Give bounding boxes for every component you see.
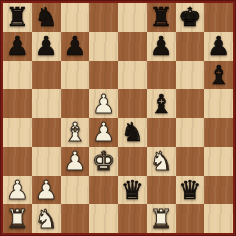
square-g3[interactable] (176, 147, 205, 176)
white-rook-a1[interactable]: ♜ (6, 206, 29, 232)
square-b3[interactable] (32, 147, 61, 176)
square-b4[interactable] (32, 118, 61, 147)
square-d3[interactable]: ♚ (89, 147, 118, 176)
black-pawn-b7[interactable]: ♟ (34, 33, 57, 59)
square-b6[interactable] (32, 61, 61, 90)
square-d2[interactable] (89, 176, 118, 205)
white-pawn-c3[interactable]: ♟ (63, 148, 86, 174)
white-pawn-d4[interactable]: ♟ (92, 119, 115, 145)
square-h8[interactable] (204, 3, 233, 32)
black-pawn-h7[interactable]: ♟ (207, 33, 230, 59)
square-d4[interactable]: ♟ (89, 118, 118, 147)
square-f1[interactable]: ♜ (147, 204, 176, 233)
square-h6[interactable]: ♝ (204, 61, 233, 90)
square-f5[interactable]: ♝ (147, 89, 176, 118)
black-pawn-c7[interactable]: ♟ (63, 33, 86, 59)
square-f8[interactable]: ♜ (147, 3, 176, 32)
square-c3[interactable]: ♟ (61, 147, 90, 176)
square-c2[interactable] (61, 176, 90, 205)
black-queen-e2[interactable]: ♛ (121, 177, 144, 203)
white-knight-f3[interactable]: ♞ (149, 148, 172, 174)
square-d1[interactable] (89, 204, 118, 233)
square-g7[interactable] (176, 32, 205, 61)
square-c6[interactable] (61, 61, 90, 90)
square-a3[interactable] (3, 147, 32, 176)
black-queen-g2[interactable]: ♛ (178, 177, 201, 203)
square-f3[interactable]: ♞ (147, 147, 176, 176)
square-a2[interactable]: ♟ (3, 176, 32, 205)
white-rook-f1[interactable]: ♜ (149, 206, 172, 232)
square-a5[interactable] (3, 89, 32, 118)
square-g2[interactable]: ♛ (176, 176, 205, 205)
square-f4[interactable] (147, 118, 176, 147)
square-h5[interactable] (204, 89, 233, 118)
square-d5[interactable]: ♟ (89, 89, 118, 118)
square-a6[interactable] (3, 61, 32, 90)
chess-board-frame: ♜♞♜♚♟♟♟♟♟♝♟♝♝♟♞♟♚♞♟♟♛♛♜♞♜ (0, 0, 236, 236)
black-king-g8[interactable]: ♚ (178, 4, 201, 30)
black-rook-a8[interactable]: ♜ (6, 4, 29, 30)
square-h1[interactable] (204, 204, 233, 233)
black-pawn-a7[interactable]: ♟ (6, 33, 29, 59)
black-knight-e4[interactable]: ♞ (121, 119, 144, 145)
square-d8[interactable] (89, 3, 118, 32)
square-h7[interactable]: ♟ (204, 32, 233, 61)
square-b1[interactable]: ♞ (32, 204, 61, 233)
square-g1[interactable] (176, 204, 205, 233)
square-e3[interactable] (118, 147, 147, 176)
square-e5[interactable] (118, 89, 147, 118)
white-pawn-d5[interactable]: ♟ (92, 91, 115, 117)
square-g8[interactable]: ♚ (176, 3, 205, 32)
square-c8[interactable] (61, 3, 90, 32)
square-c7[interactable]: ♟ (61, 32, 90, 61)
chess-board: ♜♞♜♚♟♟♟♟♟♝♟♝♝♟♞♟♚♞♟♟♛♛♜♞♜ (3, 3, 233, 233)
square-e8[interactable] (118, 3, 147, 32)
white-bishop-c4[interactable]: ♝ (63, 119, 86, 145)
square-b5[interactable] (32, 89, 61, 118)
square-h2[interactable] (204, 176, 233, 205)
square-b7[interactable]: ♟ (32, 32, 61, 61)
square-a8[interactable]: ♜ (3, 3, 32, 32)
square-g4[interactable] (176, 118, 205, 147)
square-f6[interactable] (147, 61, 176, 90)
square-e7[interactable] (118, 32, 147, 61)
square-h3[interactable] (204, 147, 233, 176)
square-e2[interactable]: ♛ (118, 176, 147, 205)
square-c5[interactable] (61, 89, 90, 118)
square-e1[interactable] (118, 204, 147, 233)
square-f2[interactable] (147, 176, 176, 205)
square-e6[interactable] (118, 61, 147, 90)
square-e4[interactable]: ♞ (118, 118, 147, 147)
white-pawn-a2[interactable]: ♟ (6, 177, 29, 203)
square-c1[interactable] (61, 204, 90, 233)
black-bishop-h6[interactable]: ♝ (207, 62, 230, 88)
black-bishop-f5[interactable]: ♝ (149, 91, 172, 117)
white-knight-b1[interactable]: ♞ (34, 206, 57, 232)
square-a4[interactable] (3, 118, 32, 147)
square-c4[interactable]: ♝ (61, 118, 90, 147)
black-knight-b8[interactable]: ♞ (34, 4, 57, 30)
square-a7[interactable]: ♟ (3, 32, 32, 61)
square-g6[interactable] (176, 61, 205, 90)
square-d6[interactable] (89, 61, 118, 90)
black-pawn-f7[interactable]: ♟ (149, 33, 172, 59)
black-rook-f8[interactable]: ♜ (149, 4, 172, 30)
white-pawn-b2[interactable]: ♟ (34, 177, 57, 203)
square-b2[interactable]: ♟ (32, 176, 61, 205)
white-king-d3[interactable]: ♚ (92, 148, 115, 174)
square-h4[interactable] (204, 118, 233, 147)
square-d7[interactable] (89, 32, 118, 61)
square-g5[interactable] (176, 89, 205, 118)
square-f7[interactable]: ♟ (147, 32, 176, 61)
square-a1[interactable]: ♜ (3, 204, 32, 233)
square-b8[interactable]: ♞ (32, 3, 61, 32)
